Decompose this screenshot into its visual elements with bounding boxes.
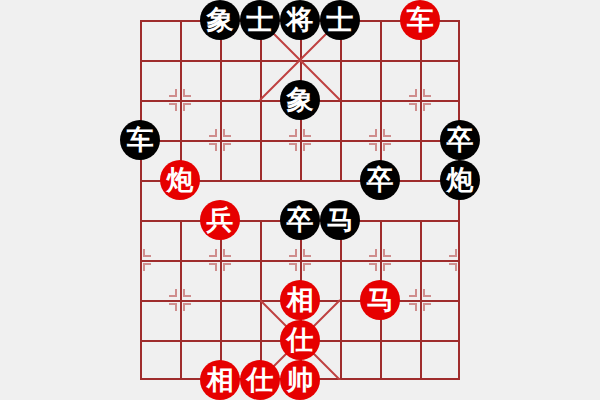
point-marker-bracket: [303, 143, 311, 151]
piece-black-horse[interactable]: 马: [320, 200, 360, 240]
point-marker: [369, 249, 391, 271]
point-marker-bracket: [423, 303, 431, 311]
point-marker-bracket: [369, 129, 377, 137]
point-marker-bracket: [369, 143, 377, 151]
board: 象士将士车象车卒炮卒炮兵卒马相马仕相仕帅: [140, 20, 460, 380]
point-marker: [169, 89, 191, 111]
point-marker-bracket: [289, 143, 297, 151]
point-marker-bracket: [209, 143, 217, 151]
point-marker-bracket: [209, 129, 217, 137]
point-marker-bracket: [423, 289, 431, 297]
piece-black-elephant[interactable]: 象: [200, 0, 240, 40]
point-marker-bracket: [303, 249, 311, 257]
point-marker-bracket: [289, 129, 297, 137]
piece-black-advisor[interactable]: 士: [240, 0, 280, 40]
point-marker: [409, 289, 431, 311]
point-marker-bracket: [369, 263, 377, 271]
piece-red-advisor[interactable]: 仕: [240, 360, 280, 400]
point-marker-bracket: [303, 129, 311, 137]
point-marker-bracket: [303, 263, 311, 271]
piece-red-advisor[interactable]: 仕: [280, 320, 320, 360]
piece-black-chariot[interactable]: 车: [120, 120, 160, 160]
point-marker-bracket: [383, 143, 391, 151]
piece-black-soldier[interactable]: 卒: [440, 120, 480, 160]
point-marker-bracket: [169, 89, 177, 97]
point-marker-bracket: [409, 89, 417, 97]
piece-red-elephant[interactable]: 相: [200, 360, 240, 400]
xiangqi-app: 象士将士车象车卒炮卒炮兵卒马相马仕相仕帅: [0, 0, 600, 400]
point-marker-bracket: [143, 263, 151, 271]
point-marker-bracket: [223, 129, 231, 137]
point-marker-bracket: [223, 143, 231, 151]
piece-red-cannon[interactable]: 炮: [160, 160, 200, 200]
point-marker-bracket: [449, 263, 457, 271]
point-marker-bracket: [209, 263, 217, 271]
piece-red-chariot[interactable]: 车: [400, 0, 440, 40]
point-marker-bracket: [409, 103, 417, 111]
piece-black-elephant[interactable]: 象: [280, 80, 320, 120]
point-marker-bracket: [169, 289, 177, 297]
point-marker: [409, 89, 431, 111]
point-marker: [289, 129, 311, 151]
point-marker: [289, 249, 311, 271]
point-marker-bracket: [423, 89, 431, 97]
piece-black-advisor[interactable]: 士: [320, 0, 360, 40]
point-marker-bracket: [423, 103, 431, 111]
point-marker-bracket: [223, 263, 231, 271]
point-marker-bracket: [169, 103, 177, 111]
point-marker-bracket: [209, 249, 217, 257]
point-marker-bracket: [369, 249, 377, 257]
point-marker-bracket: [289, 249, 297, 257]
point-marker-bracket: [143, 249, 151, 257]
point-marker: [129, 249, 151, 271]
point-marker-bracket: [223, 249, 231, 257]
piece-black-soldier[interactable]: 卒: [280, 200, 320, 240]
piece-black-general[interactable]: 将: [280, 0, 320, 40]
point-marker: [169, 289, 191, 311]
piece-red-horse[interactable]: 马: [360, 280, 400, 320]
point-marker-bracket: [169, 303, 177, 311]
point-marker-bracket: [409, 303, 417, 311]
point-marker-bracket: [383, 129, 391, 137]
point-marker-bracket: [383, 263, 391, 271]
point-marker: [369, 129, 391, 151]
point-marker-bracket: [383, 249, 391, 257]
piece-black-soldier[interactable]: 卒: [360, 160, 400, 200]
point-marker-bracket: [409, 289, 417, 297]
point-marker-bracket: [183, 303, 191, 311]
point-marker: [449, 249, 471, 271]
piece-red-soldier[interactable]: 兵: [200, 200, 240, 240]
point-marker: [209, 129, 231, 151]
point-marker-bracket: [183, 289, 191, 297]
point-marker-bracket: [183, 103, 191, 111]
point-marker-bracket: [183, 89, 191, 97]
point-marker-bracket: [289, 263, 297, 271]
point-marker: [209, 249, 231, 271]
piece-black-cannon[interactable]: 炮: [440, 160, 480, 200]
point-marker-bracket: [449, 249, 457, 257]
piece-red-general[interactable]: 帅: [280, 360, 320, 400]
piece-red-elephant[interactable]: 相: [280, 280, 320, 320]
